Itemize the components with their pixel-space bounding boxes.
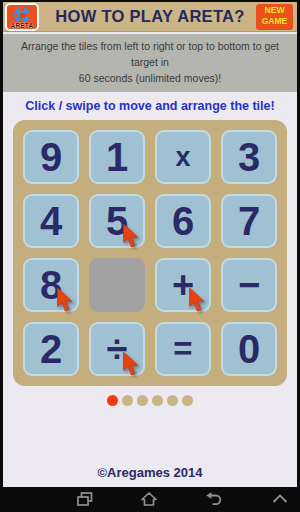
tile-divide[interactable]: ÷: [89, 322, 145, 376]
puzzle-board: 9 1 x 3 4 5 6 7 8 + −: [13, 120, 287, 386]
tile-7[interactable]: 7: [221, 194, 277, 248]
tile-empty[interactable]: [89, 258, 145, 312]
tile-equals[interactable]: =: [155, 322, 211, 376]
pagination-dot[interactable]: [122, 395, 133, 406]
tile-multiply[interactable]: x: [155, 130, 211, 184]
header-bar: ARETA HOW TO PLAY ARETA? NEW GAME: [3, 2, 297, 32]
home-icon[interactable]: [140, 491, 158, 508]
tile-9[interactable]: 9: [23, 130, 79, 184]
page-title: HOW TO PLAY ARETA?: [3, 2, 297, 31]
areta-app-logo: ARETA: [5, 3, 39, 31]
pagination-dot[interactable]: [137, 395, 148, 406]
pagination-dot[interactable]: [167, 395, 178, 406]
back-icon[interactable]: [205, 491, 223, 508]
pagination-dot-active[interactable]: [107, 395, 118, 406]
tile-3[interactable]: 3: [221, 130, 277, 184]
pagination: [3, 395, 297, 406]
logo-label: ARETA: [7, 22, 37, 29]
tile-minus[interactable]: −: [221, 258, 277, 312]
app-content: ARETA HOW TO PLAY ARETA? NEW GAME Arrang…: [3, 2, 297, 487]
copyright-text: ©Aregames 2014: [3, 465, 297, 480]
tile-2[interactable]: 2: [23, 322, 79, 376]
tile-8[interactable]: 8: [23, 258, 79, 312]
tile-1[interactable]: 1: [89, 130, 145, 184]
tile-0[interactable]: 0: [221, 322, 277, 376]
recent-apps-icon[interactable]: [76, 491, 94, 508]
logo-tile-wheel-icon: [14, 7, 30, 23]
instruction-line2: 60 seconds (unlimited moves)!: [9, 71, 291, 87]
tile-4[interactable]: 4: [23, 194, 79, 248]
chevron-up-icon[interactable]: [271, 491, 289, 508]
new-game-label-line2: GAME: [256, 16, 293, 27]
android-nav-bar: [0, 487, 300, 512]
tile-5[interactable]: 5: [89, 194, 145, 248]
device-screen: ARETA HOW TO PLAY ARETA? NEW GAME Arrang…: [0, 0, 300, 512]
new-game-button[interactable]: NEW GAME: [256, 4, 293, 30]
instruction-line1: Arrange the tiles from left to right or …: [9, 39, 291, 71]
instruction-text: Arrange the tiles from left to right or …: [3, 34, 297, 92]
pagination-dot[interactable]: [182, 395, 193, 406]
tile-6[interactable]: 6: [155, 194, 211, 248]
pagination-dot[interactable]: [152, 395, 163, 406]
tile-plus[interactable]: +: [155, 258, 211, 312]
new-game-label-line1: NEW: [256, 5, 293, 16]
hint-text: Click / swipe to move and arrange the ti…: [3, 99, 297, 113]
